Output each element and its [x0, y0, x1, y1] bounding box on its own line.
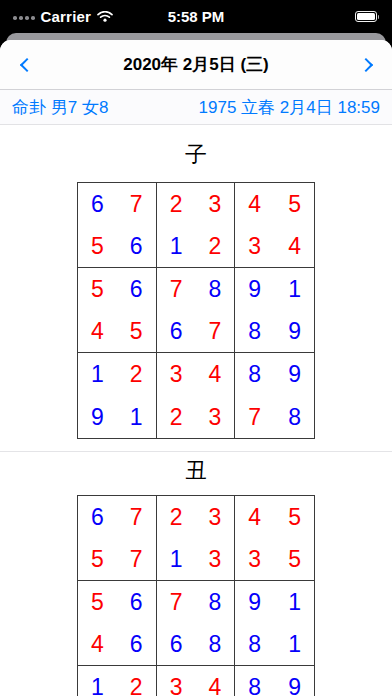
star-pair: 23 — [170, 505, 222, 529]
star-number: 1 — [91, 362, 104, 386]
star-pair: 34 — [248, 234, 301, 258]
signal-dot — [13, 16, 17, 20]
battery-icon — [355, 11, 377, 22]
star-number: 9 — [288, 362, 301, 386]
star-pair: 89 — [248, 319, 301, 343]
date-nav-bar: 2020年 2月5日 (三) — [0, 40, 392, 90]
star-pair: 67 — [91, 505, 143, 529]
star-pair: 34 — [170, 362, 222, 386]
palace-cell: 2313 — [157, 496, 236, 581]
signal-strength-icon — [13, 13, 35, 20]
star-number: 6 — [91, 192, 104, 216]
chevron-right-icon — [358, 58, 372, 72]
star-number: 5 — [288, 547, 301, 571]
star-pair: 56 — [91, 234, 143, 258]
star-number: 4 — [288, 234, 301, 258]
star-number: 9 — [248, 590, 261, 614]
flying-star-grid-zi: 675623124534564578679189129134238978 — [77, 182, 315, 439]
star-number: 1 — [288, 277, 301, 301]
star-pair: 46 — [91, 632, 143, 656]
star-number: 9 — [248, 277, 261, 301]
star-number: 6 — [170, 319, 183, 343]
star-pair: 78 — [170, 590, 222, 614]
star-number: 5 — [91, 590, 104, 614]
star-pair: 81 — [248, 632, 301, 656]
star-pair: 68 — [170, 632, 222, 656]
palace-cell: 1291 — [78, 353, 157, 438]
star-number: 3 — [209, 547, 222, 571]
star-pair: 13 — [170, 547, 222, 571]
star-number: 9 — [288, 675, 301, 696]
star-number: 9 — [288, 319, 301, 343]
carrier-label: Carrier — [41, 8, 92, 25]
star-number: 7 — [130, 547, 143, 571]
palace-cell: 9189 — [235, 268, 314, 353]
star-pair: 67 — [170, 319, 222, 343]
wifi-icon — [97, 11, 113, 22]
star-number: 1 — [91, 675, 104, 696]
star-pair: 12 — [91, 362, 143, 386]
star-pair: 45 — [248, 505, 301, 529]
section-title-chou: 丑 — [0, 458, 392, 483]
star-pair: 91 — [91, 405, 143, 429]
signal-dot — [25, 16, 29, 20]
signal-dot — [31, 16, 35, 20]
star-number: 1 — [170, 234, 183, 258]
palace-cell: 5645 — [78, 268, 157, 353]
star-number: 5 — [288, 505, 301, 529]
star-pair: 12 — [170, 234, 222, 258]
previous-day-button[interactable] — [2, 40, 46, 90]
star-number: 5 — [130, 319, 143, 343]
palace-cell: 4534 — [235, 183, 314, 268]
star-pair: 78 — [248, 405, 301, 429]
star-number: 6 — [91, 505, 104, 529]
star-number: 8 — [209, 632, 222, 656]
star-number: 4 — [248, 192, 261, 216]
star-number: 3 — [209, 505, 222, 529]
star-number: 2 — [130, 362, 143, 386]
star-number: 8 — [209, 277, 222, 301]
star-number: 3 — [170, 362, 183, 386]
palace-cell: 89 — [235, 666, 314, 696]
star-pair: 67 — [91, 192, 143, 216]
star-number: 2 — [170, 405, 183, 429]
star-pair: 45 — [91, 319, 143, 343]
signal-dot — [19, 16, 23, 20]
star-number: 2 — [170, 192, 183, 216]
star-number: 1 — [130, 405, 143, 429]
star-pair: 91 — [248, 590, 301, 614]
status-left: Carrier — [13, 8, 113, 25]
star-number: 3 — [209, 192, 222, 216]
star-number: 7 — [130, 505, 143, 529]
next-day-button[interactable] — [346, 40, 390, 90]
star-number: 5 — [288, 192, 301, 216]
palace-cell: 5646 — [78, 581, 157, 666]
star-number: 5 — [91, 547, 104, 571]
star-pair: 57 — [91, 547, 143, 571]
star-number: 6 — [130, 277, 143, 301]
star-number: 8 — [248, 362, 261, 386]
star-pair: 35 — [248, 547, 301, 571]
star-number: 1 — [170, 547, 183, 571]
star-number: 7 — [248, 405, 261, 429]
palace-cell: 3423 — [157, 353, 236, 438]
star-number: 5 — [91, 234, 104, 258]
star-pair: 89 — [248, 675, 301, 696]
app-sheet: 2020年 2月5日 (三) 命卦 男7 女8 1975 立春 2月4日 18:… — [0, 40, 392, 696]
solar-term-label: 1975 立春 2月4日 18:59 — [199, 96, 380, 119]
star-number: 4 — [248, 505, 261, 529]
star-number: 1 — [288, 590, 301, 614]
section-separator — [0, 451, 392, 452]
date-title: 2020年 2月5日 (三) — [123, 53, 269, 76]
star-pair: 23 — [170, 192, 222, 216]
palace-cell: 7867 — [157, 268, 236, 353]
flying-star-grid-chou: 675723134535564678689181123489 — [77, 495, 315, 696]
star-number: 2 — [130, 675, 143, 696]
palace-cell: 6757 — [78, 496, 157, 581]
star-number: 8 — [248, 675, 261, 696]
star-number: 3 — [248, 547, 261, 571]
star-number: 6 — [130, 632, 143, 656]
star-pair: 12 — [91, 675, 143, 696]
star-number: 3 — [209, 405, 222, 429]
chevron-left-icon — [19, 58, 33, 72]
star-number: 2 — [170, 505, 183, 529]
ming-gua-label: 命卦 男7 女8 — [12, 96, 108, 119]
ming-gua-row: 命卦 男7 女8 1975 立春 2月4日 18:59 — [0, 90, 392, 125]
star-number: 4 — [91, 632, 104, 656]
star-pair: 23 — [170, 405, 222, 429]
star-pair: 78 — [170, 277, 222, 301]
star-number: 8 — [288, 405, 301, 429]
star-number: 5 — [91, 277, 104, 301]
palace-cell: 2312 — [157, 183, 236, 268]
status-bar: Carrier 5:58 PM — [0, 0, 392, 33]
star-pair: 56 — [91, 590, 143, 614]
star-number: 9 — [91, 405, 104, 429]
star-number: 7 — [130, 192, 143, 216]
palace-cell: 34 — [157, 666, 236, 696]
star-number: 7 — [170, 277, 183, 301]
star-pair: 45 — [248, 192, 301, 216]
palace-cell: 8978 — [235, 353, 314, 438]
status-time: 5:58 PM — [168, 8, 225, 25]
palace-cell: 4535 — [235, 496, 314, 581]
star-number: 8 — [209, 590, 222, 614]
battery-fill — [357, 13, 375, 20]
status-right — [355, 11, 380, 22]
star-number: 4 — [209, 362, 222, 386]
star-pair: 34 — [170, 675, 222, 696]
battery-tip — [378, 15, 380, 19]
star-number: 6 — [130, 234, 143, 258]
palace-cell: 7868 — [157, 581, 236, 666]
star-number: 2 — [209, 234, 222, 258]
star-number: 4 — [209, 675, 222, 696]
star-number: 8 — [248, 632, 261, 656]
star-number: 1 — [288, 632, 301, 656]
section-title-zi: 子 — [0, 142, 392, 167]
palace-cell: 9181 — [235, 581, 314, 666]
star-pair: 89 — [248, 362, 301, 386]
star-number: 8 — [248, 319, 261, 343]
star-pair: 91 — [248, 277, 301, 301]
star-number: 7 — [170, 590, 183, 614]
star-number: 3 — [170, 675, 183, 696]
star-number: 6 — [170, 632, 183, 656]
star-number: 7 — [209, 319, 222, 343]
star-number: 3 — [248, 234, 261, 258]
star-number: 4 — [91, 319, 104, 343]
palace-cell: 6756 — [78, 183, 157, 268]
star-number: 6 — [130, 590, 143, 614]
palace-cell: 12 — [78, 666, 157, 696]
star-pair: 56 — [91, 277, 143, 301]
